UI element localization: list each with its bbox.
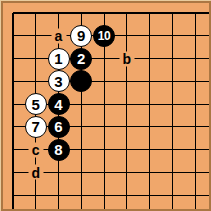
board-point-c1-r1 — [3, 3, 24, 24]
stone-black-10: 10 — [93, 25, 115, 47]
grid-line — [104, 195, 115, 196]
grid-line — [127, 149, 138, 150]
board-point-c5-r1 — [93, 3, 116, 24]
grid-line — [172, 184, 173, 195]
board-point-c5-r5 — [93, 93, 116, 116]
grid-line — [115, 35, 126, 36]
grid-line — [47, 195, 58, 196]
grid-line — [195, 149, 206, 150]
grid-line — [104, 59, 105, 70]
grid-line — [70, 126, 81, 127]
board-point-c8-r3 — [161, 47, 184, 70]
grid-line — [115, 12, 126, 14]
grid-line — [150, 58, 161, 59]
board-point-c3-r7: 8 — [47, 138, 70, 161]
grid-line — [81, 104, 82, 115]
grid-line — [24, 12, 35, 14]
board-point-c5-r4 — [93, 70, 116, 93]
grid-line — [12, 93, 14, 104]
board-point-c10-r6 — [206, 115, 209, 138]
grid-line — [104, 93, 105, 104]
grid-line — [35, 81, 36, 92]
grid-line — [150, 149, 161, 150]
board-point-c9-r4 — [184, 70, 207, 93]
board-point-c1-r6 — [3, 115, 24, 138]
grid-line — [195, 81, 206, 82]
grid-line — [36, 35, 47, 36]
grid-line — [138, 81, 149, 82]
grid-line — [161, 126, 172, 127]
board-point-c5-r2: 10 — [93, 24, 116, 47]
grid-line — [104, 81, 105, 92]
grid-line — [172, 149, 183, 150]
grid-line — [172, 161, 173, 172]
grid-line — [35, 13, 36, 24]
stone-black-8: 8 — [48, 139, 70, 161]
grid-line — [161, 104, 172, 105]
grid-line — [35, 47, 36, 58]
board-point-c3-r5: 4 — [47, 93, 70, 116]
grid-line — [127, 126, 138, 127]
grid-line — [161, 12, 172, 14]
grid-line — [195, 93, 196, 104]
grid-line — [93, 104, 104, 105]
grid-line — [127, 12, 138, 14]
grid-line — [149, 70, 150, 81]
board-point-c5-r8 — [93, 161, 116, 184]
grid-line — [81, 206, 82, 209]
grid-line — [35, 206, 36, 209]
grid-line — [104, 115, 105, 126]
board-point-c10-r4 — [206, 70, 209, 93]
stone-white-1: 1 — [48, 48, 70, 70]
grid-line — [126, 93, 127, 104]
grid-line — [195, 126, 206, 127]
grid-line — [149, 93, 150, 104]
grid-line — [13, 58, 24, 59]
board-point-c10-r1 — [206, 3, 209, 24]
go-board: a91012b35476c8d — [3, 3, 209, 209]
grid-line — [12, 70, 14, 81]
grid-line — [81, 172, 82, 183]
grid-line — [115, 195, 126, 196]
board-point-c7-r2 — [138, 24, 161, 47]
grid-line — [126, 206, 127, 209]
grid-line — [127, 81, 138, 82]
grid-line — [13, 35, 24, 36]
grid-line — [195, 172, 206, 173]
board-point-c9-r1 — [184, 3, 207, 24]
grid-line — [172, 195, 173, 206]
grid-line — [35, 184, 36, 195]
stone-number: 4 — [54, 97, 62, 112]
grid-line — [150, 172, 161, 173]
grid-line — [195, 115, 196, 126]
grid-line — [126, 161, 127, 172]
grid-line — [161, 149, 172, 150]
grid-line — [149, 115, 150, 126]
board-point-c6-r6 — [115, 115, 138, 138]
grid-line — [149, 206, 150, 209]
board-point-c2-r7: c — [24, 138, 47, 161]
grid-line — [70, 12, 81, 14]
grid-line — [172, 36, 173, 47]
stone-black-6: 6 — [48, 116, 70, 138]
grid-line — [172, 127, 173, 138]
grid-line — [24, 58, 35, 59]
grid-line — [184, 172, 195, 173]
board-point-c7-r8 — [138, 161, 161, 184]
grid-line — [172, 35, 183, 36]
board-point-c9-r8 — [184, 161, 207, 184]
grid-line — [12, 36, 14, 47]
board-point-c4-r9 — [70, 184, 93, 207]
grid-line — [12, 81, 14, 92]
grid-line — [12, 47, 14, 58]
board-point-c3-r2: a — [47, 24, 70, 47]
board-point-c7-r5 — [138, 93, 161, 116]
grid-line — [12, 13, 14, 24]
grid-line — [149, 36, 150, 47]
grid-line — [149, 150, 150, 161]
board-point-c7-r4 — [138, 70, 161, 93]
board-point-c4-r1 — [70, 3, 93, 24]
grid-line — [149, 161, 150, 172]
grid-line — [104, 126, 115, 127]
grid-line — [104, 161, 105, 172]
grid-line — [149, 195, 150, 206]
grid-line — [13, 172, 24, 173]
board-point-c6-r5 — [115, 93, 138, 116]
grid-line — [58, 161, 59, 172]
board-point-c9-r6 — [184, 115, 207, 138]
grid-line — [126, 70, 127, 81]
grid-line — [149, 47, 150, 58]
grid-line — [70, 104, 81, 105]
board-point-c1-r3 — [3, 47, 24, 70]
stone-number: 8 — [54, 142, 62, 157]
grid-line — [58, 184, 59, 195]
grid-line — [81, 126, 92, 127]
board-point-c6-r1 — [115, 3, 138, 24]
grid-line — [12, 172, 14, 183]
grid-line — [149, 172, 150, 183]
board-point-c6-r9 — [115, 184, 138, 207]
grid-line — [70, 172, 81, 173]
board-point-c6-r8 — [115, 161, 138, 184]
grid-line — [12, 195, 14, 206]
grid-line — [93, 172, 104, 173]
grid-line — [195, 206, 196, 209]
board-grid: a91012b35476c8d — [3, 3, 209, 209]
grid-line — [195, 24, 196, 35]
grid-line — [195, 35, 206, 36]
board-point-c1-r9 — [3, 184, 24, 207]
point-label-a: a — [51, 28, 66, 43]
grid-line — [104, 150, 105, 161]
board-point-c1-r5 — [3, 93, 24, 116]
board-point-c2-r6: 7 — [24, 115, 47, 138]
grid-line — [104, 13, 105, 24]
board-point-c9-r9 — [184, 184, 207, 207]
grid-line — [127, 35, 138, 36]
grid-line — [93, 126, 104, 127]
grid-line — [195, 195, 196, 206]
grid-line — [138, 126, 149, 127]
board-point-c10-r9 — [206, 184, 209, 207]
grid-line — [104, 149, 115, 150]
grid-line — [126, 150, 127, 161]
grid-line — [195, 138, 196, 149]
board-point-c2-r9 — [24, 184, 47, 207]
board-point-c3-r8 — [47, 161, 70, 184]
board-point-c8-r4 — [161, 70, 184, 93]
grid-line — [58, 13, 59, 24]
board-point-c4-r6 — [70, 115, 93, 138]
grid-line — [149, 127, 150, 138]
grid-line — [195, 36, 196, 47]
board-point-c5-r3 — [93, 47, 116, 70]
grid-line — [13, 195, 24, 196]
grid-line — [12, 104, 14, 115]
grid-line — [195, 12, 206, 14]
grid-line — [184, 149, 195, 150]
grid-line — [127, 195, 138, 196]
grid-line — [36, 195, 47, 196]
grid-line — [149, 81, 150, 92]
grid-line — [172, 81, 183, 82]
board-point-c6-r10 — [115, 206, 138, 209]
grid-line — [172, 195, 183, 196]
stone-number: 2 — [77, 51, 85, 66]
grid-line — [104, 104, 105, 115]
board-point-c8-r5 — [161, 93, 184, 116]
grid-line — [172, 24, 173, 35]
grid-line — [93, 195, 104, 196]
board-point-c2-r1 — [24, 3, 47, 24]
grid-line — [184, 12, 195, 14]
grid-line — [115, 126, 126, 127]
grid-line — [195, 104, 196, 115]
grid-line — [149, 24, 150, 35]
grid-line — [206, 81, 209, 82]
grid-line — [195, 150, 196, 161]
grid-line — [126, 104, 127, 115]
grid-line — [172, 81, 173, 92]
board-point-c6-r7 — [115, 138, 138, 161]
grid-line — [138, 104, 149, 105]
board-point-c2-r5: 5 — [24, 93, 47, 116]
grid-line — [184, 81, 195, 82]
point-label-d: d — [28, 165, 43, 180]
grid-line — [12, 161, 14, 172]
grid-line — [59, 195, 70, 196]
grid-line — [126, 115, 127, 126]
grid-line — [195, 81, 196, 92]
grid-line — [172, 93, 173, 104]
grid-line — [184, 195, 195, 196]
grid-line — [81, 172, 92, 173]
grid-line — [58, 195, 59, 206]
board-point-c8-r10 — [161, 206, 184, 209]
board-point-c4-r7 — [70, 138, 93, 161]
board-point-c8-r8 — [161, 161, 184, 184]
board-point-c9-r3 — [184, 47, 207, 70]
grid-line — [149, 104, 150, 115]
grid-line — [70, 195, 81, 196]
stone-white-7: 7 — [25, 116, 47, 138]
grid-line — [195, 127, 196, 138]
board-point-c10-r3 — [206, 47, 209, 70]
grid-line — [81, 195, 92, 196]
grid-line — [172, 59, 173, 70]
grid-line — [172, 47, 173, 58]
board-point-c8-r1 — [161, 3, 184, 24]
stone-black-unnumbered — [70, 70, 92, 92]
grid-line — [172, 115, 173, 126]
grid-line — [70, 149, 81, 150]
grid-line — [126, 195, 127, 206]
grid-line — [35, 24, 36, 35]
point-label-c: c — [28, 142, 43, 157]
board-point-c8-r9 — [161, 184, 184, 207]
board-point-c3-r3: 1 — [47, 47, 70, 70]
grid-line — [12, 24, 14, 35]
stone-white-5: 5 — [25, 93, 47, 115]
board-point-c7-r7 — [138, 138, 161, 161]
grid-line — [184, 104, 195, 105]
grid-line — [104, 104, 115, 105]
grid-line — [36, 58, 47, 59]
grid-line — [104, 172, 105, 183]
grid-line — [93, 58, 104, 59]
grid-line — [138, 35, 149, 36]
grid-line — [104, 70, 105, 81]
grid-line — [104, 206, 105, 209]
grid-line — [13, 149, 24, 150]
grid-line — [150, 81, 161, 82]
grid-line — [195, 47, 196, 58]
grid-line — [59, 12, 70, 14]
grid-line — [81, 93, 82, 104]
board-point-c2-r4 — [24, 70, 47, 93]
grid-line — [126, 36, 127, 47]
grid-line — [161, 81, 172, 82]
grid-line — [115, 149, 126, 150]
grid-line — [12, 184, 14, 195]
grid-line — [35, 195, 36, 206]
grid-line — [58, 172, 59, 183]
board-point-c5-r9 — [93, 184, 116, 207]
grid-line — [195, 70, 196, 81]
board-point-c5-r10 — [93, 206, 116, 209]
board-point-c1-r8 — [3, 161, 24, 184]
grid-line — [115, 172, 126, 173]
grid-line — [81, 104, 92, 105]
board-point-c9-r5 — [184, 93, 207, 116]
grid-line — [172, 172, 173, 183]
grid-line — [126, 13, 127, 24]
grid-line — [58, 206, 59, 209]
stone-number: 3 — [54, 74, 62, 89]
grid-line — [36, 12, 47, 14]
board-point-c7-r10 — [138, 206, 161, 209]
grid-line — [206, 149, 209, 150]
board-point-c8-r2 — [161, 24, 184, 47]
board-point-c4-r10 — [70, 206, 93, 209]
grid-line — [104, 58, 115, 59]
grid-line — [184, 35, 195, 36]
grid-line — [12, 206, 14, 209]
grid-line — [12, 115, 14, 126]
grid-line — [24, 195, 35, 196]
grid-line — [81, 12, 92, 14]
grid-line — [172, 104, 173, 115]
grid-line — [206, 126, 209, 127]
grid-line — [12, 59, 14, 70]
grid-line — [150, 104, 161, 105]
grid-line — [59, 172, 70, 173]
grid-line — [126, 127, 127, 138]
board-point-c7-r6 — [138, 115, 161, 138]
grid-line — [138, 172, 149, 173]
board-point-c9-r2 — [184, 24, 207, 47]
grid-line — [184, 58, 195, 59]
board-point-c4-r5 — [70, 93, 93, 116]
grid-line — [24, 35, 35, 36]
grid-line — [12, 150, 14, 161]
board-point-c10-r2 — [206, 24, 209, 47]
board-point-c5-r7 — [93, 138, 116, 161]
grid-line — [195, 104, 206, 105]
stone-white-3: 3 — [48, 70, 70, 92]
stone-white-9: 9 — [70, 25, 92, 47]
grid-line — [81, 13, 82, 24]
board-point-c8-r6 — [161, 115, 184, 138]
grid-line — [12, 138, 14, 149]
board-point-c1-r4 — [3, 70, 24, 93]
grid-line — [81, 138, 82, 149]
grid-line — [138, 195, 149, 196]
grid-line — [36, 81, 47, 82]
grid-line — [126, 184, 127, 195]
grid-line — [150, 195, 161, 196]
grid-line — [172, 138, 173, 149]
grid-line — [138, 149, 149, 150]
grid-line — [195, 13, 196, 24]
grid-line — [172, 13, 173, 24]
grid-line — [195, 172, 196, 183]
board-point-c1-r10 — [3, 206, 24, 209]
board-point-c4-r3: 2 — [70, 47, 93, 70]
stone-black-2: 2 — [70, 48, 92, 70]
grid-line — [195, 58, 206, 59]
grid-line — [150, 35, 161, 36]
grid-line — [206, 195, 209, 196]
stone-number: 9 — [77, 28, 85, 43]
grid-line — [195, 184, 196, 195]
board-point-c4-r8 — [70, 161, 93, 184]
grid-line — [81, 195, 82, 206]
board-point-c10-r7 — [206, 138, 209, 161]
grid-line — [127, 104, 138, 105]
grid-line — [35, 70, 36, 81]
board-point-c6-r2 — [115, 24, 138, 47]
board-point-c2-r8: d — [24, 161, 47, 184]
grid-line — [104, 195, 105, 206]
grid-line — [81, 127, 82, 138]
grid-line — [172, 104, 183, 105]
